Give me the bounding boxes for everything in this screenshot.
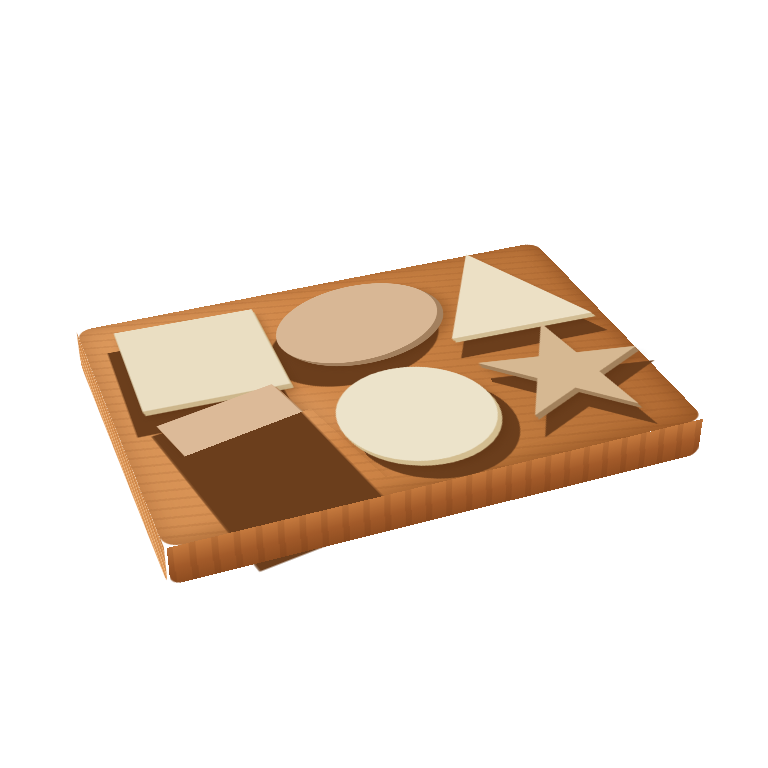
tray-top: ■ ■ ● ● ▲ ▲ ▮ ▮ ● ●: [76, 243, 705, 549]
puzzle-board: ■ ■ ● ● ▲ ▲ ▮ ▮ ● ●: [76, 243, 705, 549]
slot-grid: ■ ■ ● ● ▲ ▲ ▮ ▮ ● ●: [76, 243, 705, 549]
product-photo: ■ ■ ● ● ▲ ▲ ▮ ▮ ● ●: [0, 0, 768, 768]
